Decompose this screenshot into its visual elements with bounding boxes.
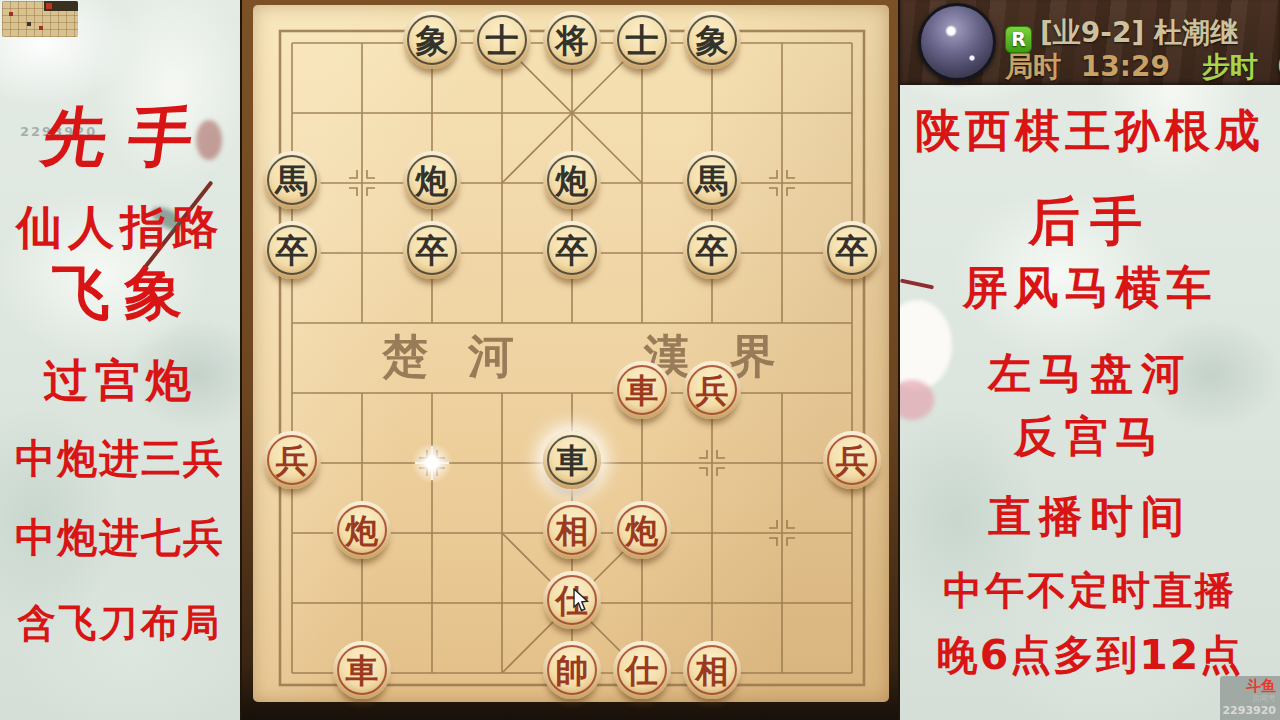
clocks: 局时 13:29 步时 01:30	[1005, 48, 1280, 86]
black-advisor[interactable]: 士	[613, 11, 671, 69]
piece-glyph: 卒	[836, 234, 869, 267]
piece-glyph: 車	[556, 444, 589, 477]
piece-glyph: 帥	[556, 654, 589, 687]
black-advisor[interactable]: 士	[473, 11, 531, 69]
caption-opening-2: 飞象	[0, 263, 240, 324]
red-elephant[interactable]: 相	[543, 501, 601, 559]
caption-opening-5: 中炮进七兵	[0, 516, 240, 558]
piece-glyph: 将	[556, 24, 589, 57]
piece-glyph: 卒	[696, 234, 729, 267]
piece-glyph: 相	[556, 514, 589, 547]
piece-glyph: 炮	[626, 514, 659, 547]
caption-first-move: 先手	[0, 103, 240, 170]
black-cannon[interactable]: 炮	[403, 151, 461, 209]
total-time-label: 局时	[1005, 50, 1061, 83]
red-cannon[interactable]: 炮	[333, 501, 391, 559]
piece-glyph: 兵	[696, 374, 729, 407]
piece-glyph: 仕	[556, 584, 589, 617]
right-caption-panel: 陕西棋王孙根成 后手 屏风马横车 左马盘河 反宫马 直播时间 中午不定时直播 晚…	[900, 0, 1280, 720]
piece-glyph: 仕	[626, 654, 659, 687]
black-horse[interactable]: 馬	[263, 151, 321, 209]
stream-frame: 2293920 先手 仙人指路 飞象 过宫炮 中炮进三兵 中炮进七兵 含飞刀布局…	[0, 0, 1280, 720]
caption-opening-3: 过宫炮	[0, 357, 240, 404]
piece-glyph: 象	[416, 24, 449, 57]
xiangqi-board: 楚 河 漢 界 象士将士象馬炮炮馬卒卒卒卒卒車車兵兵兵炮相炮仕車帥仕相	[240, 0, 900, 720]
total-time-value: 13:29	[1081, 50, 1170, 83]
caption-opening-6: 含飞刀布局	[0, 604, 240, 644]
red-cannon[interactable]: 炮	[613, 501, 671, 559]
caption-opening-1: 仙人指路	[0, 203, 240, 251]
black-soldier[interactable]: 卒	[543, 221, 601, 279]
caption-live-time-1: 中午不定时直播	[900, 571, 1280, 612]
red-chariot[interactable]: 車	[333, 641, 391, 699]
black-soldier[interactable]: 卒	[683, 221, 741, 279]
piece-layer: 象士将士象馬炮炮馬卒卒卒卒卒車車兵兵兵炮相炮仕車帥仕相	[242, 0, 902, 720]
caption-opening-4: 中炮进三兵	[0, 437, 240, 479]
room-label: 房间号	[1222, 694, 1276, 704]
caption-defense-2: 左马盘河	[900, 351, 1280, 396]
red-chariot[interactable]: 車	[613, 361, 671, 419]
red-elephant[interactable]: 相	[683, 641, 741, 699]
red-general[interactable]: 帥	[543, 641, 601, 699]
step-time-label: 步时	[1202, 50, 1258, 83]
red-soldier[interactable]: 兵	[823, 431, 881, 489]
red-soldier[interactable]: 兵	[683, 361, 741, 419]
piece-glyph: 炮	[556, 164, 589, 197]
caption-second-move: 后手	[900, 194, 1280, 249]
piece-glyph: 兵	[836, 444, 869, 477]
red-soldier[interactable]: 兵	[263, 431, 321, 489]
black-elephant[interactable]: 象	[683, 11, 741, 69]
piece-glyph: 相	[696, 654, 729, 687]
last-move-origin-marker	[410, 441, 454, 485]
piece-glyph: 卒	[416, 234, 449, 267]
room-number: 2293920	[1222, 704, 1276, 717]
piece-glyph: 炮	[346, 514, 379, 547]
player-info-bar: R[业9-2] 杜潮继 局时 13:29 步时 01:30	[900, 0, 1280, 85]
black-soldier[interactable]: 卒	[403, 221, 461, 279]
caption-defense-1: 屏风马横车	[900, 264, 1280, 311]
stream-watermark: 斗鱼 房间号 2293920	[1220, 676, 1280, 720]
black-cannon[interactable]: 炮	[543, 151, 601, 209]
piece-glyph: 車	[346, 654, 379, 687]
black-soldier[interactable]: 卒	[823, 221, 881, 279]
caption-defense-3: 反宫马	[900, 414, 1280, 459]
piece-glyph: 炮	[416, 164, 449, 197]
left-caption-panel: 2293920 先手 仙人指路 飞象 过宫炮 中炮进三兵 中炮进七兵 含飞刀布局	[0, 0, 240, 720]
douyu-logo: 斗鱼	[1222, 678, 1276, 695]
piece-glyph: 馬	[276, 164, 309, 197]
piece-glyph: 士	[626, 24, 659, 57]
caption-live-time-title: 直播时间	[900, 494, 1280, 539]
piece-glyph: 兵	[276, 444, 309, 477]
piece-glyph: 卒	[276, 234, 309, 267]
piece-glyph: 車	[626, 374, 659, 407]
piece-glyph: 士	[486, 24, 519, 57]
caption-live-time-2: 晚6点多到12点	[900, 634, 1280, 677]
piece-glyph: 馬	[696, 164, 729, 197]
black-chariot[interactable]: 車	[543, 431, 601, 489]
piece-glyph: 卒	[556, 234, 589, 267]
black-general[interactable]: 将	[543, 11, 601, 69]
black-horse[interactable]: 馬	[683, 151, 741, 209]
black-soldier[interactable]: 卒	[263, 221, 321, 279]
black-elephant[interactable]: 象	[403, 11, 461, 69]
player-avatar[interactable]	[918, 3, 996, 81]
red-advisor[interactable]: 仕	[543, 571, 601, 629]
mini-app-thumbnail	[2, 1, 78, 37]
red-advisor[interactable]: 仕	[613, 641, 671, 699]
piece-glyph: 象	[696, 24, 729, 57]
caption-master-name: 陕西棋王孙根成	[900, 107, 1280, 154]
